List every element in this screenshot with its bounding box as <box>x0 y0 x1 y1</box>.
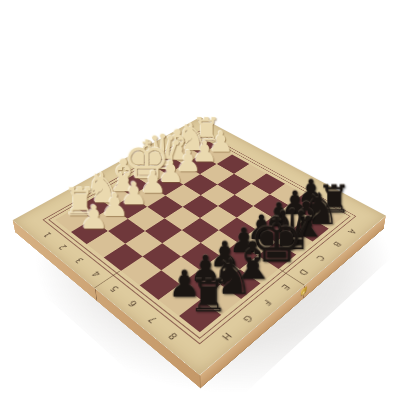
board-top-face: ♜♞♝♚♛♝♞♜♟♟♟♟♟♟♟♟♟♟♟♟♟♟♟♟♜♞♝♚♛♝♞♜ 1234567… <box>13 117 386 375</box>
piece-white-pawn-h2[interactable]: ♟ <box>79 201 105 234</box>
square-f4[interactable] <box>145 218 182 243</box>
photo-stage: ♜♞♝♚♛♝♞♜♟♟♟♟♟♟♟♟♟♟♟♟♟♟♟♟♜♞♝♚♛♝♞♜ 1234567… <box>0 0 400 400</box>
piece-black-rook-h8[interactable]: ♜ <box>189 274 219 319</box>
chess-box: ♜♞♝♚♛♝♞♜♟♟♟♟♟♟♟♟♟♟♟♟♟♟♟♟♜♞♝♚♛♝♞♜ 1234567… <box>13 117 386 375</box>
square-h8[interactable]: ♜ <box>179 300 221 333</box>
scene: ♜♞♝♚♛♝♞♜♟♟♟♟♟♟♟♟♟♟♟♟♟♟♟♟♜♞♝♚♛♝♞♜ 1234567… <box>0 0 400 400</box>
